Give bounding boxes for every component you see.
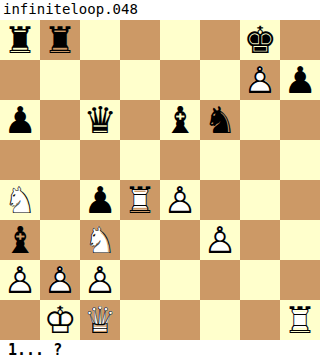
square-h4[interactable] (280, 180, 320, 220)
white-pawn-icon: ♙ (240, 60, 280, 100)
white-pawn[interactable]: ♟♙ (160, 180, 200, 220)
black-bishop[interactable]: ♝ (0, 220, 40, 260)
black-pawn[interactable]: ♟ (0, 100, 40, 140)
square-f7[interactable] (200, 60, 240, 100)
square-b2[interactable]: ♟♙ (40, 260, 80, 300)
square-b8[interactable]: ♜ (40, 20, 80, 60)
chess-board: ♜♜♚♟♙♟♟♛♝♞♞♘♟♜♖♟♙♝♞♘♟♙♟♙♟♙♟♙♚♔♛♕♜♖ (0, 20, 320, 340)
square-h5[interactable] (280, 140, 320, 180)
square-c3[interactable]: ♞♘ (80, 220, 120, 260)
white-pawn-icon: ♙ (80, 260, 120, 300)
black-king-icon: ♚ (240, 20, 280, 60)
square-d1[interactable] (120, 300, 160, 340)
square-d2[interactable] (120, 260, 160, 300)
square-b1[interactable]: ♚♔ (40, 300, 80, 340)
square-e2[interactable] (160, 260, 200, 300)
black-pawn-icon: ♟ (0, 100, 40, 140)
square-c4[interactable]: ♟ (80, 180, 120, 220)
white-rook-icon: ♖ (280, 300, 320, 340)
square-g5[interactable] (240, 140, 280, 180)
square-d4[interactable]: ♜♖ (120, 180, 160, 220)
black-queen[interactable]: ♛ (80, 100, 120, 140)
square-f1[interactable] (200, 300, 240, 340)
square-c2[interactable]: ♟♙ (80, 260, 120, 300)
black-queen-icon: ♛ (80, 100, 120, 140)
square-h8[interactable] (280, 20, 320, 60)
black-pawn-icon: ♟ (280, 60, 320, 100)
square-f6[interactable]: ♞ (200, 100, 240, 140)
square-e4[interactable]: ♟♙ (160, 180, 200, 220)
white-pawn-icon: ♙ (160, 180, 200, 220)
white-knight[interactable]: ♞♘ (0, 180, 40, 220)
square-g1[interactable] (240, 300, 280, 340)
white-pawn-icon: ♙ (40, 260, 80, 300)
square-h1[interactable]: ♜♖ (280, 300, 320, 340)
square-e5[interactable] (160, 140, 200, 180)
white-king[interactable]: ♚♔ (40, 300, 80, 340)
square-b7[interactable] (40, 60, 80, 100)
square-a6[interactable]: ♟ (0, 100, 40, 140)
square-h7[interactable]: ♟ (280, 60, 320, 100)
move-prompt: 1... ? (0, 340, 320, 360)
square-e3[interactable] (160, 220, 200, 260)
square-g3[interactable] (240, 220, 280, 260)
square-f4[interactable] (200, 180, 240, 220)
square-a4[interactable]: ♞♘ (0, 180, 40, 220)
square-e8[interactable] (160, 20, 200, 60)
black-knight[interactable]: ♞ (200, 100, 240, 140)
square-c1[interactable]: ♛♕ (80, 300, 120, 340)
square-c8[interactable] (80, 20, 120, 60)
square-g4[interactable] (240, 180, 280, 220)
white-pawn-icon: ♙ (0, 260, 40, 300)
square-h6[interactable] (280, 100, 320, 140)
square-d7[interactable] (120, 60, 160, 100)
square-f5[interactable] (200, 140, 240, 180)
white-pawn[interactable]: ♟♙ (40, 260, 80, 300)
square-g8[interactable]: ♚ (240, 20, 280, 60)
black-rook[interactable]: ♜ (40, 20, 80, 60)
square-b3[interactable] (40, 220, 80, 260)
square-c5[interactable] (80, 140, 120, 180)
white-knight-icon: ♘ (80, 220, 120, 260)
square-g7[interactable]: ♟♙ (240, 60, 280, 100)
square-e1[interactable] (160, 300, 200, 340)
black-bishop-icon: ♝ (160, 100, 200, 140)
black-pawn[interactable]: ♟ (80, 180, 120, 220)
white-rook[interactable]: ♜♖ (280, 300, 320, 340)
black-pawn[interactable]: ♟ (280, 60, 320, 100)
white-pawn[interactable]: ♟♙ (0, 260, 40, 300)
square-g6[interactable] (240, 100, 280, 140)
square-g2[interactable] (240, 260, 280, 300)
square-b4[interactable] (40, 180, 80, 220)
square-e6[interactable]: ♝ (160, 100, 200, 140)
white-knight[interactable]: ♞♘ (80, 220, 120, 260)
square-a3[interactable]: ♝ (0, 220, 40, 260)
chess-puzzle-page: infiniteloop.048 ♜♜♚♟♙♟♟♛♝♞♞♘♟♜♖♟♙♝♞♘♟♙♟… (0, 0, 320, 360)
black-rook-icon: ♜ (0, 20, 40, 60)
black-bishop-icon: ♝ (0, 220, 40, 260)
square-c6[interactable]: ♛ (80, 100, 120, 140)
square-d3[interactable] (120, 220, 160, 260)
square-d8[interactable] (120, 20, 160, 60)
square-a1[interactable] (0, 300, 40, 340)
square-a2[interactable]: ♟♙ (0, 260, 40, 300)
square-d6[interactable] (120, 100, 160, 140)
white-knight-icon: ♘ (0, 180, 40, 220)
square-a5[interactable] (0, 140, 40, 180)
white-rook[interactable]: ♜♖ (120, 180, 160, 220)
black-knight-icon: ♞ (200, 100, 240, 140)
white-rook-icon: ♖ (120, 180, 160, 220)
white-pawn[interactable]: ♟♙ (80, 260, 120, 300)
square-d5[interactable] (120, 140, 160, 180)
white-pawn-icon: ♙ (200, 220, 240, 260)
puzzle-title: infiniteloop.048 (0, 0, 320, 20)
white-pawn[interactable]: ♟♙ (200, 220, 240, 260)
square-e7[interactable] (160, 60, 200, 100)
black-rook-icon: ♜ (40, 20, 80, 60)
square-b6[interactable] (40, 100, 80, 140)
square-b5[interactable] (40, 140, 80, 180)
square-h2[interactable] (280, 260, 320, 300)
black-bishop[interactable]: ♝ (160, 100, 200, 140)
white-king-icon: ♔ (40, 300, 80, 340)
white-pawn[interactable]: ♟♙ (240, 60, 280, 100)
square-f8[interactable] (200, 20, 240, 60)
square-f2[interactable] (200, 260, 240, 300)
white-queen-icon: ♕ (80, 300, 120, 340)
square-a8[interactable]: ♜ (0, 20, 40, 60)
square-f3[interactable]: ♟♙ (200, 220, 240, 260)
white-queen[interactable]: ♛♕ (80, 300, 120, 340)
square-c7[interactable] (80, 60, 120, 100)
black-king[interactable]: ♚ (240, 20, 280, 60)
square-a7[interactable] (0, 60, 40, 100)
square-h3[interactable] (280, 220, 320, 260)
black-pawn-icon: ♟ (80, 180, 120, 220)
black-rook[interactable]: ♜ (0, 20, 40, 60)
